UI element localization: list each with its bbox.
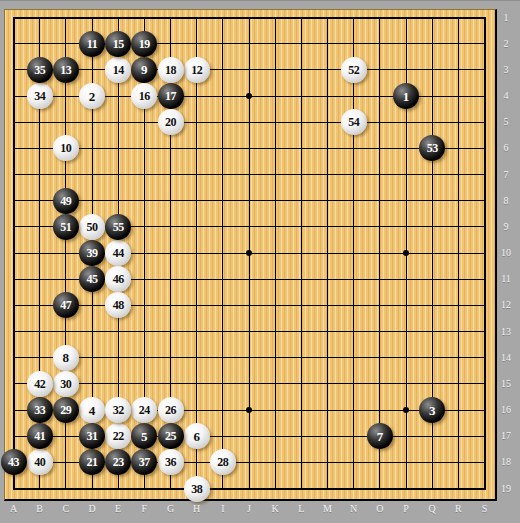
col-label-I: I — [213, 502, 233, 516]
col-label-A: A — [4, 502, 24, 516]
row-label-16: 16 — [496, 403, 516, 417]
col-label-K: K — [265, 502, 285, 516]
col-label-E: E — [108, 502, 128, 516]
row-label-3: 3 — [496, 63, 516, 77]
row-label-13: 13 — [496, 325, 516, 339]
row-label-6: 6 — [496, 141, 516, 155]
row-label-11: 11 — [496, 272, 516, 286]
col-label-Q: Q — [422, 502, 442, 516]
row-label-19: 19 — [496, 482, 516, 496]
row-label-9: 9 — [496, 220, 516, 234]
row-label-8: 8 — [496, 194, 516, 208]
col-label-C: C — [56, 502, 76, 516]
row-label-10: 10 — [496, 246, 516, 260]
col-label-L: L — [291, 502, 311, 516]
col-label-B: B — [30, 502, 50, 516]
row-label-2: 2 — [496, 37, 516, 51]
row-label-5: 5 — [496, 115, 516, 129]
row-label-12: 12 — [496, 298, 516, 312]
col-label-N: N — [344, 502, 364, 516]
col-label-O: O — [370, 502, 390, 516]
col-label-H: H — [187, 502, 207, 516]
col-label-J: J — [239, 502, 259, 516]
col-label-P: P — [396, 502, 416, 516]
col-label-M: M — [318, 502, 338, 516]
col-label-R: R — [448, 502, 468, 516]
col-label-F: F — [134, 502, 154, 516]
row-label-18: 18 — [496, 455, 516, 469]
col-label-D: D — [82, 502, 102, 516]
row-label-15: 15 — [496, 377, 516, 391]
col-label-S: S — [475, 502, 495, 516]
col-label-G: G — [161, 502, 181, 516]
row-label-14: 14 — [496, 351, 516, 365]
row-label-17: 17 — [496, 429, 516, 443]
row-label-4: 4 — [496, 89, 516, 103]
go-diagram-window: 1234567891011121314151617181920212223242… — [0, 0, 520, 523]
row-label-7: 7 — [496, 168, 516, 182]
go-board[interactable] — [4, 9, 497, 501]
row-label-1: 1 — [496, 11, 516, 25]
